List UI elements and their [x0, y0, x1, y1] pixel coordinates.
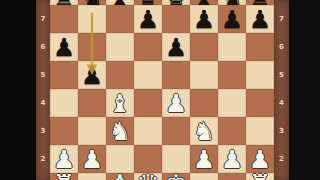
piece-white-pawn[interactable]: ♟	[78, 145, 106, 173]
piece-black-pawn[interactable]: ♟	[78, 61, 106, 89]
square-h3[interactable]	[246, 117, 274, 145]
square-d5[interactable]	[134, 61, 162, 89]
square-d4[interactable]	[134, 89, 162, 117]
rank-label-6: 6	[36, 42, 50, 52]
piece-black-pawn[interactable]: ♟	[246, 5, 274, 33]
piece-white-pawn[interactable]: ♟	[218, 145, 246, 173]
square-d7[interactable]: ♟	[134, 5, 162, 33]
piece-white-pawn[interactable]: ♟	[190, 145, 218, 173]
square-b7[interactable]	[78, 5, 106, 33]
rank-label-6: 6	[274, 42, 289, 52]
square-a6[interactable]: ♟	[50, 33, 78, 61]
square-g7[interactable]: ♟	[218, 5, 246, 33]
square-d6[interactable]	[134, 33, 162, 61]
piece-white-knight[interactable]: ♞	[106, 117, 134, 145]
square-g3[interactable]	[218, 117, 246, 145]
piece-white-bishop[interactable]: ♝	[106, 169, 134, 180]
square-b3[interactable]	[78, 117, 106, 145]
square-b4[interactable]	[78, 89, 106, 117]
letterbox-left	[0, 0, 36, 180]
piece-black-pawn[interactable]: ♟	[190, 5, 218, 33]
piece-white-knight[interactable]: ♞	[190, 117, 218, 145]
piece-white-rook[interactable]: ♜	[50, 169, 78, 180]
square-b5[interactable]: ♟	[78, 61, 106, 89]
piece-white-queen[interactable]: ♛	[134, 169, 162, 180]
square-h6[interactable]	[246, 33, 274, 61]
piece-black-pawn[interactable]: ♟	[162, 33, 190, 61]
square-a5[interactable]	[50, 61, 78, 89]
rank-labels-left-rail: 765432	[36, 0, 50, 180]
piece-black-pawn[interactable]: ♟	[50, 33, 78, 61]
square-e4[interactable]: ♟	[162, 89, 190, 117]
video-frame: 765432 765432 ♜♞♝♛♚♝♞♜♟♟♟♟♟♟♟♝♟♞♞♟♟♟♟♟♜♝…	[0, 0, 320, 180]
square-c4[interactable]: ♝	[106, 89, 134, 117]
square-f6[interactable]	[190, 33, 218, 61]
rank-label-2: 2	[36, 154, 50, 164]
square-d3[interactable]	[134, 117, 162, 145]
square-c5[interactable]	[106, 61, 134, 89]
square-f4[interactable]	[190, 89, 218, 117]
square-g4[interactable]	[218, 89, 246, 117]
square-c3[interactable]: ♞	[106, 117, 134, 145]
rank-label-3: 3	[274, 126, 289, 136]
square-h7[interactable]: ♟	[246, 5, 274, 33]
square-g6[interactable]	[218, 33, 246, 61]
square-c1[interactable]: ♝	[106, 173, 134, 180]
rank-label-3: 3	[36, 126, 50, 136]
piece-black-pawn[interactable]: ♟	[134, 5, 162, 33]
square-c6[interactable]	[106, 33, 134, 61]
piece-black-pawn[interactable]: ♟	[218, 5, 246, 33]
square-h4[interactable]	[246, 89, 274, 117]
square-d1[interactable]: ♛	[134, 173, 162, 180]
square-f5[interactable]	[190, 61, 218, 89]
square-e1[interactable]: ♚	[162, 173, 190, 180]
square-e7[interactable]	[162, 5, 190, 33]
chess-board[interactable]: ♜♞♝♛♚♝♞♜♟♟♟♟♟♟♟♝♟♞♞♟♟♟♟♟♜♝♛♚♜	[50, 0, 274, 180]
square-f3[interactable]: ♞	[190, 117, 218, 145]
square-b6[interactable]	[78, 33, 106, 61]
rank-label-4: 4	[36, 98, 50, 108]
square-h1[interactable]: ♜	[246, 173, 274, 180]
square-b2[interactable]: ♟	[78, 145, 106, 173]
square-f1[interactable]	[190, 173, 218, 180]
square-a1[interactable]: ♜	[50, 173, 78, 180]
piece-white-rook[interactable]: ♜	[246, 169, 274, 180]
square-g5[interactable]	[218, 61, 246, 89]
rank-label-5: 5	[274, 70, 289, 80]
rank-label-7: 7	[36, 14, 50, 24]
rank-labels-right-rail: 765432	[274, 0, 289, 180]
square-f7[interactable]: ♟	[190, 5, 218, 33]
piece-white-bishop[interactable]: ♝	[106, 89, 134, 117]
square-e5[interactable]	[162, 61, 190, 89]
square-a4[interactable]	[50, 89, 78, 117]
piece-white-king[interactable]: ♚	[162, 169, 190, 180]
square-e6[interactable]: ♟	[162, 33, 190, 61]
square-g2[interactable]: ♟	[218, 145, 246, 173]
square-e3[interactable]	[162, 117, 190, 145]
square-a7[interactable]	[50, 5, 78, 33]
letterbox-right	[289, 0, 320, 180]
square-b1[interactable]	[78, 173, 106, 180]
square-f2[interactable]: ♟	[190, 145, 218, 173]
square-c7[interactable]	[106, 5, 134, 33]
square-g1[interactable]	[218, 173, 246, 180]
rank-label-5: 5	[36, 70, 50, 80]
rank-label-4: 4	[274, 98, 289, 108]
rank-label-2: 2	[274, 154, 289, 164]
rank-label-7: 7	[274, 14, 289, 24]
square-a3[interactable]	[50, 117, 78, 145]
piece-white-pawn[interactable]: ♟	[162, 89, 190, 117]
square-h5[interactable]	[246, 61, 274, 89]
